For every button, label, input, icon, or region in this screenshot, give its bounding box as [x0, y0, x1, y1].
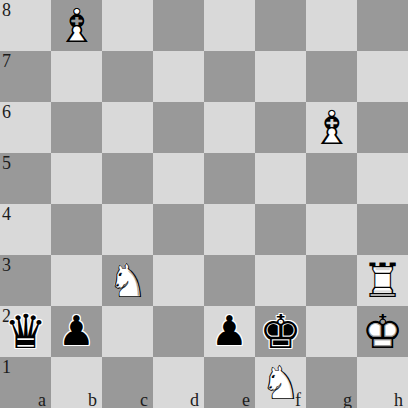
rank-label-8: 8 [2, 1, 11, 19]
square-e6[interactable] [204, 102, 255, 153]
square-g1[interactable]: g [306, 357, 357, 408]
piece-black-king-f2[interactable]: ♚ [255, 306, 306, 357]
square-f4[interactable] [255, 204, 306, 255]
file-label-h: h [394, 391, 403, 408]
square-f3[interactable] [255, 255, 306, 306]
square-g3[interactable] [306, 255, 357, 306]
square-a2[interactable]: 2♛ [0, 306, 51, 357]
piece-black-queen-a2[interactable]: ♛ [0, 306, 51, 357]
rank-label-3: 3 [2, 256, 11, 274]
square-c5[interactable] [102, 153, 153, 204]
white-rook-outline-glyph: ♖ [361, 255, 403, 306]
square-b7[interactable] [51, 51, 102, 102]
square-f7[interactable] [255, 51, 306, 102]
square-h5[interactable] [357, 153, 408, 204]
square-e5[interactable] [204, 153, 255, 204]
square-b6[interactable] [51, 102, 102, 153]
piece-white-bishop-b8[interactable]: ♝♗ [51, 0, 102, 51]
square-d1[interactable]: d [153, 357, 204, 408]
square-h7[interactable] [357, 51, 408, 102]
piece-white-knight-f1[interactable]: ♞♘ [255, 357, 306, 408]
piece-white-bishop-g6[interactable]: ♝♗ [306, 102, 357, 153]
square-h6[interactable] [357, 102, 408, 153]
black-pawn-glyph: ♟ [58, 306, 95, 357]
square-e7[interactable] [204, 51, 255, 102]
square-e1[interactable]: e [204, 357, 255, 408]
file-label-g: g [343, 391, 352, 408]
square-g2[interactable] [306, 306, 357, 357]
black-king-glyph: ♚ [259, 306, 301, 357]
square-g6[interactable]: ♝♗ [306, 102, 357, 153]
piece-white-rook-h3[interactable]: ♜♖ [357, 255, 408, 306]
rank-label-6: 6 [2, 103, 11, 121]
square-d4[interactable] [153, 204, 204, 255]
square-b8[interactable]: ♝♗ [51, 0, 102, 51]
square-e8[interactable] [204, 0, 255, 51]
piece-black-pawn-e2[interactable]: ♟ [204, 306, 255, 357]
square-h2[interactable]: ♚♔ [357, 306, 408, 357]
square-b2[interactable]: ♟ [51, 306, 102, 357]
square-b3[interactable] [51, 255, 102, 306]
square-b5[interactable] [51, 153, 102, 204]
square-e4[interactable] [204, 204, 255, 255]
square-h1[interactable]: h [357, 357, 408, 408]
file-label-e: e [242, 391, 250, 408]
chess-board: 8♝♗76♝♗543♞♘♜♖2♛♟♟♚♚♔1abcdef♞♘gh [0, 0, 408, 408]
square-f2[interactable]: ♚ [255, 306, 306, 357]
piece-white-king-h2[interactable]: ♚♔ [357, 306, 408, 357]
square-h4[interactable] [357, 204, 408, 255]
square-f6[interactable] [255, 102, 306, 153]
square-d2[interactable] [153, 306, 204, 357]
square-d8[interactable] [153, 0, 204, 51]
square-d3[interactable] [153, 255, 204, 306]
rank-label-5: 5 [2, 154, 11, 172]
square-g5[interactable] [306, 153, 357, 204]
piece-black-pawn-b2[interactable]: ♟ [51, 306, 102, 357]
square-h3[interactable]: ♜♖ [357, 255, 408, 306]
square-c4[interactable] [102, 204, 153, 255]
square-h8[interactable] [357, 0, 408, 51]
white-knight-outline-glyph: ♘ [106, 255, 148, 306]
rank-label-4: 4 [2, 205, 11, 223]
square-a7[interactable]: 7 [0, 51, 51, 102]
file-label-a: a [38, 391, 46, 408]
square-d7[interactable] [153, 51, 204, 102]
square-a5[interactable]: 5 [0, 153, 51, 204]
square-d5[interactable] [153, 153, 204, 204]
square-f1[interactable]: f♞♘ [255, 357, 306, 408]
file-label-d: d [190, 391, 199, 408]
rank-label-7: 7 [2, 52, 11, 70]
square-a8[interactable]: 8 [0, 0, 51, 51]
square-c6[interactable] [102, 102, 153, 153]
square-f5[interactable] [255, 153, 306, 204]
square-c2[interactable] [102, 306, 153, 357]
white-bishop-outline-glyph: ♗ [310, 102, 352, 153]
white-knight-outline-glyph: ♘ [259, 357, 301, 408]
file-label-b: b [88, 391, 97, 408]
square-e2[interactable]: ♟ [204, 306, 255, 357]
white-king-outline-glyph: ♔ [361, 306, 403, 357]
black-queen-glyph: ♛ [4, 306, 46, 357]
square-c1[interactable]: c [102, 357, 153, 408]
black-pawn-glyph: ♟ [211, 306, 248, 357]
square-c8[interactable] [102, 0, 153, 51]
square-d6[interactable] [153, 102, 204, 153]
file-label-c: c [140, 391, 148, 408]
piece-white-knight-c3[interactable]: ♞♘ [102, 255, 153, 306]
rank-label-1: 1 [2, 358, 11, 376]
square-g7[interactable] [306, 51, 357, 102]
square-b4[interactable] [51, 204, 102, 255]
square-g8[interactable] [306, 0, 357, 51]
square-a1[interactable]: 1a [0, 357, 51, 408]
square-g4[interactable] [306, 204, 357, 255]
white-bishop-outline-glyph: ♗ [55, 0, 97, 51]
square-c7[interactable] [102, 51, 153, 102]
square-b1[interactable]: b [51, 357, 102, 408]
square-a3[interactable]: 3 [0, 255, 51, 306]
square-a4[interactable]: 4 [0, 204, 51, 255]
square-a6[interactable]: 6 [0, 102, 51, 153]
square-e3[interactable] [204, 255, 255, 306]
square-c3[interactable]: ♞♘ [102, 255, 153, 306]
square-f8[interactable] [255, 0, 306, 51]
